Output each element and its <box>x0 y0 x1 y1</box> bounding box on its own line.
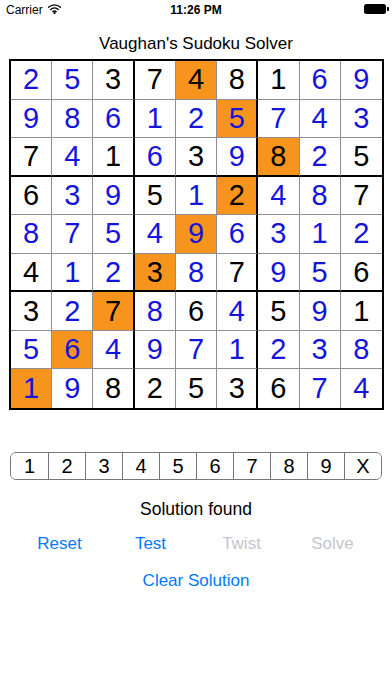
numpad-key-4[interactable]: 4 <box>122 453 159 479</box>
cell-r9c3[interactable]: 8 <box>93 369 134 408</box>
cell-r5c6[interactable]: 6 <box>217 215 258 254</box>
app-title: Vaughan's Sudoku Solver <box>0 34 392 54</box>
cell-r1c6[interactable]: 8 <box>217 61 258 100</box>
cell-r3c1[interactable]: 7 <box>11 138 52 177</box>
cell-r3c4[interactable]: 6 <box>135 138 176 177</box>
cell-r2c3[interactable]: 6 <box>93 100 134 139</box>
cell-r8c2[interactable]: 6 <box>52 331 93 370</box>
app-screen: Carrier 11:26 PM Vaughan's Sudoku Solver… <box>0 0 392 696</box>
cell-r1c8[interactable]: 6 <box>300 61 341 100</box>
cell-r9c1[interactable]: 1 <box>11 369 52 408</box>
cell-r8c7[interactable]: 2 <box>258 331 299 370</box>
cell-r4c5[interactable]: 1 <box>176 177 217 216</box>
solve-button: Solve <box>287 530 378 558</box>
cell-r2c2[interactable]: 8 <box>52 100 93 139</box>
cell-r4c1[interactable]: 6 <box>11 177 52 216</box>
cell-r7c5[interactable]: 6 <box>176 292 217 331</box>
cell-r8c3[interactable]: 4 <box>93 331 134 370</box>
cell-r5c1[interactable]: 8 <box>11 215 52 254</box>
cell-r5c2[interactable]: 7 <box>52 215 93 254</box>
numpad-key-6[interactable]: 6 <box>196 453 233 479</box>
numpad-key-5[interactable]: 5 <box>159 453 196 479</box>
cell-r6c1[interactable]: 4 <box>11 254 52 293</box>
cell-r2c9[interactable]: 3 <box>341 100 382 139</box>
status-right <box>364 4 386 14</box>
numpad-key-x[interactable]: X <box>344 453 381 479</box>
cell-r3c8[interactable]: 2 <box>300 138 341 177</box>
cell-r7c9[interactable]: 1 <box>341 292 382 331</box>
cell-r7c6[interactable]: 4 <box>217 292 258 331</box>
cell-r8c8[interactable]: 3 <box>300 331 341 370</box>
numpad-key-3[interactable]: 3 <box>85 453 122 479</box>
cell-r1c2[interactable]: 5 <box>52 61 93 100</box>
cell-r7c1[interactable]: 3 <box>11 292 52 331</box>
cell-r9c2[interactable]: 9 <box>52 369 93 408</box>
action-button-row: ResetTestTwistSolve <box>14 530 378 558</box>
cell-r1c7[interactable]: 1 <box>258 61 299 100</box>
status-bar: Carrier 11:26 PM <box>0 0 392 20</box>
numpad-key-2[interactable]: 2 <box>48 453 85 479</box>
cell-r9c6[interactable]: 3 <box>217 369 258 408</box>
test-button[interactable]: Test <box>105 530 196 558</box>
cell-r2c8[interactable]: 4 <box>300 100 341 139</box>
cell-r5c7[interactable]: 3 <box>258 215 299 254</box>
number-pad: 123456789X <box>10 452 382 480</box>
cell-r9c4[interactable]: 2 <box>135 369 176 408</box>
cell-r1c4[interactable]: 7 <box>135 61 176 100</box>
numpad-key-7[interactable]: 7 <box>233 453 270 479</box>
cell-r6c8[interactable]: 5 <box>300 254 341 293</box>
cell-r9c8[interactable]: 7 <box>300 369 341 408</box>
cell-r9c7[interactable]: 6 <box>258 369 299 408</box>
cell-r8c1[interactable]: 5 <box>11 331 52 370</box>
cell-r6c7[interactable]: 9 <box>258 254 299 293</box>
cell-r4c7[interactable]: 4 <box>258 177 299 216</box>
cell-r2c4[interactable]: 1 <box>135 100 176 139</box>
cell-r4c8[interactable]: 8 <box>300 177 341 216</box>
cell-r8c9[interactable]: 8 <box>341 331 382 370</box>
status-message: Solution found <box>0 499 392 520</box>
cell-r5c4[interactable]: 4 <box>135 215 176 254</box>
numpad-key-9[interactable]: 9 <box>307 453 344 479</box>
reset-button[interactable]: Reset <box>14 530 105 558</box>
cell-r4c6[interactable]: 2 <box>217 177 258 216</box>
cell-r6c3[interactable]: 2 <box>93 254 134 293</box>
cell-r2c1[interactable]: 9 <box>11 100 52 139</box>
cell-r7c3[interactable]: 7 <box>93 292 134 331</box>
numpad-key-1[interactable]: 1 <box>11 453 48 479</box>
cell-r5c3[interactable]: 5 <box>93 215 134 254</box>
cell-r7c2[interactable]: 2 <box>52 292 93 331</box>
cell-r4c3[interactable]: 9 <box>93 177 134 216</box>
sudoku-board: 2537481699861257437416398256395124878754… <box>9 59 384 410</box>
cell-r6c4[interactable]: 3 <box>135 254 176 293</box>
cell-r5c8[interactable]: 1 <box>300 215 341 254</box>
cell-r3c7[interactable]: 8 <box>258 138 299 177</box>
battery-icon <box>364 4 386 14</box>
cell-r8c4[interactable]: 9 <box>135 331 176 370</box>
cell-r2c6[interactable]: 5 <box>217 100 258 139</box>
cell-r7c8[interactable]: 9 <box>300 292 341 331</box>
cell-r4c2[interactable]: 3 <box>52 177 93 216</box>
cell-r1c5[interactable]: 4 <box>176 61 217 100</box>
cell-r9c5[interactable]: 5 <box>176 369 217 408</box>
cell-r7c7[interactable]: 5 <box>258 292 299 331</box>
twist-button: Twist <box>196 530 287 558</box>
cell-r5c5[interactable]: 9 <box>176 215 217 254</box>
cell-r3c6[interactable]: 9 <box>217 138 258 177</box>
cell-r6c6[interactable]: 7 <box>217 254 258 293</box>
cell-r7c4[interactable]: 8 <box>135 292 176 331</box>
cell-r8c5[interactable]: 7 <box>176 331 217 370</box>
cell-r2c7[interactable]: 7 <box>258 100 299 139</box>
cell-r5c9[interactable]: 2 <box>341 215 382 254</box>
clear-row: Clear Solution <box>0 567 392 595</box>
cell-r1c9[interactable]: 9 <box>341 61 382 100</box>
cell-r6c9[interactable]: 6 <box>341 254 382 293</box>
cell-r9c9[interactable]: 4 <box>341 369 382 408</box>
cell-r1c1[interactable]: 2 <box>11 61 52 100</box>
status-time: 11:26 PM <box>0 3 392 17</box>
numpad-key-8[interactable]: 8 <box>270 453 307 479</box>
cell-r4c9[interactable]: 7 <box>341 177 382 216</box>
cell-r3c5[interactable]: 3 <box>176 138 217 177</box>
cell-r3c3[interactable]: 1 <box>93 138 134 177</box>
cell-r8c6[interactable]: 1 <box>217 331 258 370</box>
clear-solution-button[interactable]: Clear Solution <box>135 567 258 595</box>
cell-r2c5[interactable]: 2 <box>176 100 217 139</box>
cell-r6c5[interactable]: 8 <box>176 254 217 293</box>
cell-r3c9[interactable]: 5 <box>341 138 382 177</box>
cell-r4c4[interactable]: 5 <box>135 177 176 216</box>
cell-r6c2[interactable]: 1 <box>52 254 93 293</box>
cell-r3c2[interactable]: 4 <box>52 138 93 177</box>
cell-r1c3[interactable]: 3 <box>93 61 134 100</box>
